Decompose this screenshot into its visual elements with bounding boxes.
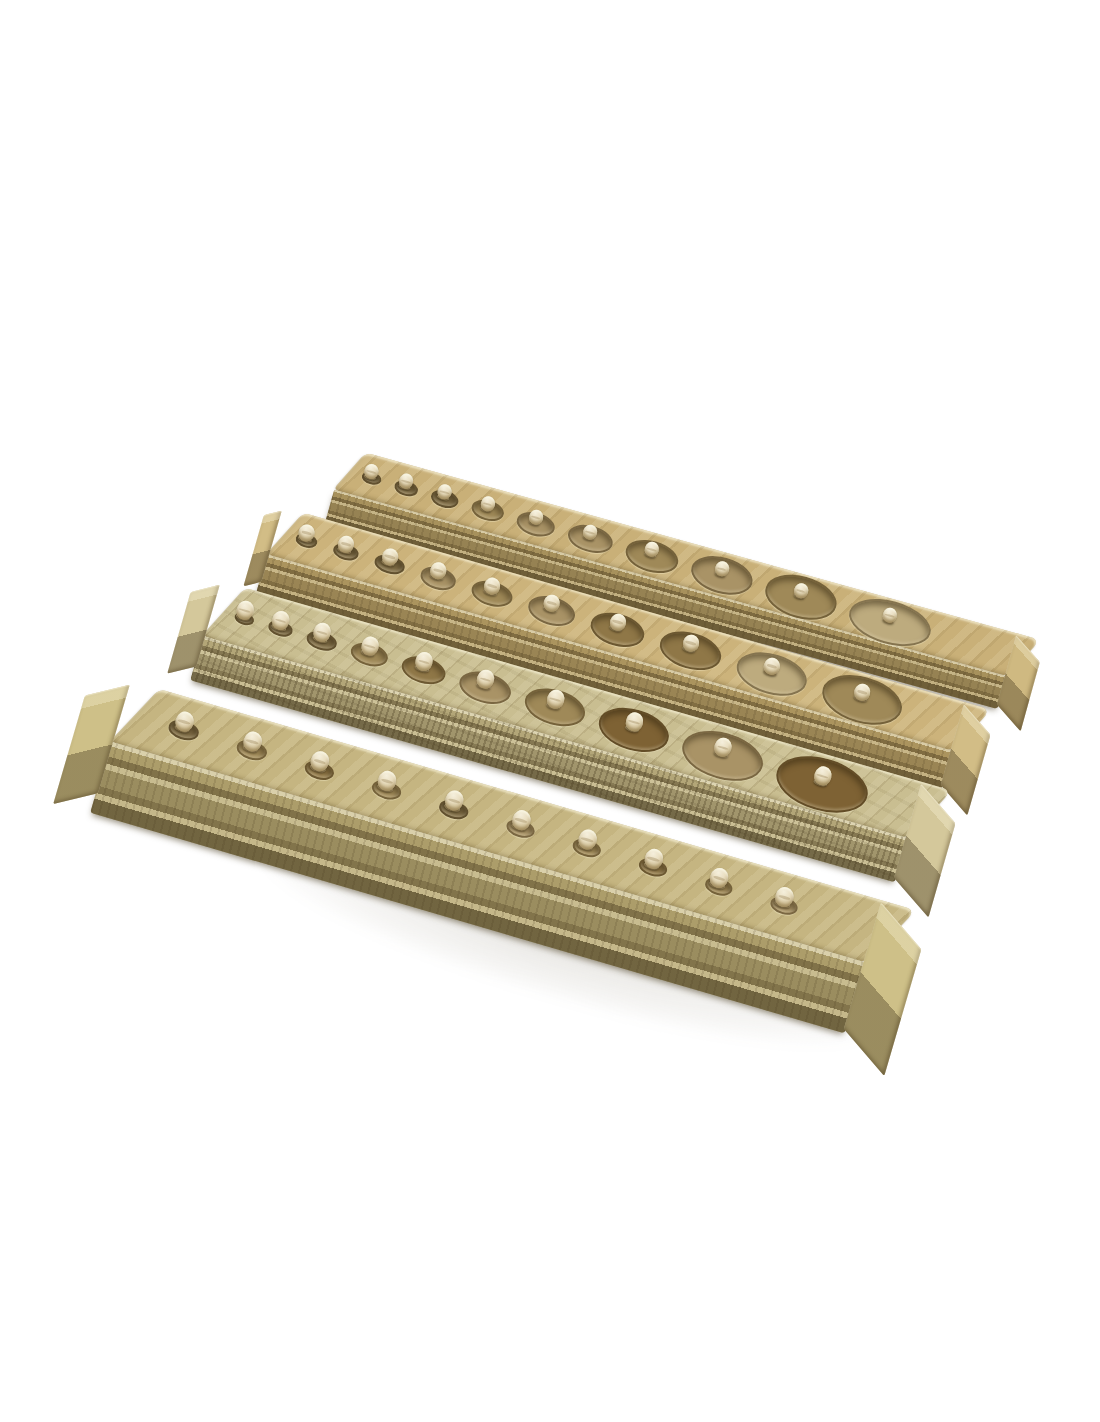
product-photo-stage (0, 0, 1100, 1422)
